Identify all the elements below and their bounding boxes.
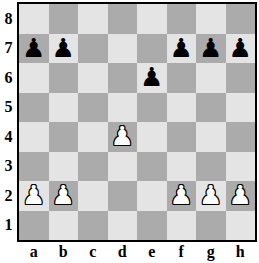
rank-label-6: 6	[0, 63, 17, 93]
rank-label-2: 2	[0, 181, 17, 211]
square-g7[interactable]: ♟	[196, 34, 226, 64]
square-f2[interactable]: ♟	[167, 181, 197, 211]
square-h8[interactable]	[226, 4, 256, 34]
file-label-d: d	[108, 241, 138, 263]
square-e5[interactable]	[137, 93, 167, 123]
square-e7[interactable]	[137, 34, 167, 64]
square-b2[interactable]: ♟	[49, 181, 79, 211]
piece-white-pawn-h2[interactable]: ♟	[229, 181, 252, 211]
file-label-b: b	[49, 241, 79, 263]
rank-label-3: 3	[0, 152, 17, 182]
square-b6[interactable]	[49, 63, 79, 93]
square-h7[interactable]: ♟	[226, 34, 256, 64]
square-a4[interactable]	[19, 122, 49, 152]
square-h1[interactable]	[226, 211, 256, 241]
square-h4[interactable]	[226, 122, 256, 152]
square-f8[interactable]	[167, 4, 197, 34]
chess-board: ♟♟♟♟♟♟♟♟♟♟♟♟	[19, 4, 255, 240]
file-label-e: e	[137, 241, 167, 263]
square-g6[interactable]	[196, 63, 226, 93]
square-f1[interactable]	[167, 211, 197, 241]
square-g2[interactable]: ♟	[196, 181, 226, 211]
square-b1[interactable]	[49, 211, 79, 241]
square-b5[interactable]	[49, 93, 79, 123]
square-g5[interactable]	[196, 93, 226, 123]
rank-label-5: 5	[0, 93, 17, 123]
piece-white-pawn-f2[interactable]: ♟	[170, 181, 193, 211]
square-h5[interactable]	[226, 93, 256, 123]
square-a8[interactable]	[19, 4, 49, 34]
square-e2[interactable]	[137, 181, 167, 211]
square-f7[interactable]: ♟	[167, 34, 197, 64]
square-g4[interactable]	[196, 122, 226, 152]
square-g8[interactable]	[196, 4, 226, 34]
square-f5[interactable]	[167, 93, 197, 123]
rank-label-8: 8	[0, 4, 17, 34]
piece-black-pawn-a7[interactable]: ♟	[22, 34, 45, 64]
square-d7[interactable]	[108, 34, 138, 64]
square-b8[interactable]	[49, 4, 79, 34]
square-b7[interactable]: ♟	[49, 34, 79, 64]
square-g1[interactable]	[196, 211, 226, 241]
board-frame: ♟♟♟♟♟♟♟♟♟♟♟♟	[17, 2, 257, 242]
rank-labels: 8 7 6 5 4 3 2 1	[0, 4, 17, 240]
file-label-c: c	[78, 241, 108, 263]
rank-label-4: 4	[0, 122, 17, 152]
file-label-a: a	[19, 241, 49, 263]
square-a2[interactable]: ♟	[19, 181, 49, 211]
chess-diagram: 8 7 6 5 4 3 2 1 ♟♟♟♟♟♟♟♟♟♟♟♟ a b c d e f…	[0, 0, 259, 263]
square-f3[interactable]	[167, 152, 197, 182]
square-d2[interactable]	[108, 181, 138, 211]
square-c5[interactable]	[78, 93, 108, 123]
square-e1[interactable]	[137, 211, 167, 241]
piece-black-pawn-g7[interactable]: ♟	[199, 34, 222, 64]
piece-black-pawn-f7[interactable]: ♟	[170, 34, 193, 64]
piece-black-pawn-e6[interactable]: ♟	[140, 63, 163, 93]
square-c3[interactable]	[78, 152, 108, 182]
square-d4[interactable]: ♟	[108, 122, 138, 152]
file-label-f: f	[167, 241, 197, 263]
square-e6[interactable]: ♟	[137, 63, 167, 93]
square-a5[interactable]	[19, 93, 49, 123]
square-b3[interactable]	[49, 152, 79, 182]
square-a6[interactable]	[19, 63, 49, 93]
file-label-g: g	[196, 241, 226, 263]
square-c7[interactable]	[78, 34, 108, 64]
piece-white-pawn-g2[interactable]: ♟	[199, 181, 222, 211]
square-c8[interactable]	[78, 4, 108, 34]
square-d1[interactable]	[108, 211, 138, 241]
square-h6[interactable]	[226, 63, 256, 93]
square-b4[interactable]	[49, 122, 79, 152]
square-c4[interactable]	[78, 122, 108, 152]
piece-white-pawn-b2[interactable]: ♟	[52, 181, 75, 211]
square-d5[interactable]	[108, 93, 138, 123]
square-d8[interactable]	[108, 4, 138, 34]
square-f4[interactable]	[167, 122, 197, 152]
square-d3[interactable]	[108, 152, 138, 182]
square-g3[interactable]	[196, 152, 226, 182]
square-e4[interactable]	[137, 122, 167, 152]
square-h3[interactable]	[226, 152, 256, 182]
piece-white-pawn-d4[interactable]: ♟	[111, 122, 134, 152]
piece-white-pawn-a2[interactable]: ♟	[22, 181, 45, 211]
square-e3[interactable]	[137, 152, 167, 182]
square-c2[interactable]	[78, 181, 108, 211]
rank-label-1: 1	[0, 211, 17, 241]
square-f6[interactable]	[167, 63, 197, 93]
square-e8[interactable]	[137, 4, 167, 34]
square-a1[interactable]	[19, 211, 49, 241]
square-a3[interactable]	[19, 152, 49, 182]
square-c6[interactable]	[78, 63, 108, 93]
square-d6[interactable]	[108, 63, 138, 93]
piece-black-pawn-h7[interactable]: ♟	[229, 34, 252, 64]
square-h2[interactable]: ♟	[226, 181, 256, 211]
file-label-h: h	[226, 241, 256, 263]
rank-label-7: 7	[0, 34, 17, 64]
square-c1[interactable]	[78, 211, 108, 241]
piece-black-pawn-b7[interactable]: ♟	[52, 34, 75, 64]
file-labels: a b c d e f g h	[19, 241, 255, 263]
square-a7[interactable]: ♟	[19, 34, 49, 64]
